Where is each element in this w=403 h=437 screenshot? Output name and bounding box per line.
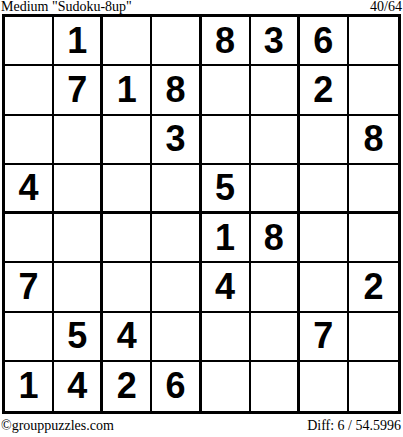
cell-r1c8[interactable] <box>349 17 398 66</box>
sudoku-board: 183671823845187425471426 <box>2 14 401 414</box>
cell-r3c5[interactable] <box>202 116 251 165</box>
cell-r8c2[interactable]: 4 <box>54 362 103 411</box>
cell-r7c5[interactable] <box>202 313 251 362</box>
cell-r8c1[interactable]: 1 <box>5 362 54 411</box>
cell-r6c8[interactable]: 2 <box>349 263 398 312</box>
cell-r3c1[interactable] <box>5 116 54 165</box>
cell-r1c2[interactable]: 1 <box>54 17 103 66</box>
cell-r1c7[interactable]: 6 <box>300 17 349 66</box>
cell-r7c7[interactable]: 7 <box>300 313 349 362</box>
cell-r4c7[interactable] <box>300 165 349 214</box>
cell-r7c4[interactable] <box>152 313 201 362</box>
cell-r1c4[interactable] <box>152 17 201 66</box>
cell-r6c5[interactable]: 4 <box>202 263 251 312</box>
cell-r3c6[interactable] <box>251 116 300 165</box>
cell-r4c1[interactable]: 4 <box>5 165 54 214</box>
cell-r4c4[interactable] <box>152 165 201 214</box>
cell-r1c6[interactable]: 3 <box>251 17 300 66</box>
cell-r7c2[interactable]: 5 <box>54 313 103 362</box>
cell-r8c4[interactable]: 6 <box>152 362 201 411</box>
cell-r4c2[interactable] <box>54 165 103 214</box>
cell-r7c1[interactable] <box>5 313 54 362</box>
page-title: Medium "Sudoku-8up" <box>0 0 132 14</box>
cell-r5c7[interactable] <box>300 214 349 263</box>
cell-r8c6[interactable] <box>251 362 300 411</box>
cell-r5c8[interactable] <box>349 214 398 263</box>
cell-r6c2[interactable] <box>54 263 103 312</box>
cell-r2c1[interactable] <box>5 66 54 115</box>
cell-r6c3[interactable] <box>103 263 152 312</box>
cell-r5c6[interactable]: 8 <box>251 214 300 263</box>
cell-r5c3[interactable] <box>103 214 152 263</box>
cell-r7c8[interactable] <box>349 313 398 362</box>
cell-r2c2[interactable]: 7 <box>54 66 103 115</box>
cell-r5c4[interactable] <box>152 214 201 263</box>
cell-r1c1[interactable] <box>5 17 54 66</box>
cell-r6c7[interactable] <box>300 263 349 312</box>
cell-r2c3[interactable]: 1 <box>103 66 152 115</box>
cell-r3c7[interactable] <box>300 116 349 165</box>
cell-r2c7[interactable]: 2 <box>300 66 349 115</box>
cell-r6c6[interactable] <box>251 263 300 312</box>
cell-r6c4[interactable] <box>152 263 201 312</box>
difficulty-text: Diff: 6 / 54.5996 <box>307 414 403 437</box>
cell-r8c8[interactable] <box>349 362 398 411</box>
cell-r3c3[interactable] <box>103 116 152 165</box>
cell-r7c3[interactable]: 4 <box>103 313 152 362</box>
cell-r4c8[interactable] <box>349 165 398 214</box>
cell-r2c6[interactable] <box>251 66 300 115</box>
cell-r4c3[interactable] <box>103 165 152 214</box>
cell-r2c4[interactable]: 8 <box>152 66 201 115</box>
copyright-text: ©grouppuzzles.com <box>0 414 114 437</box>
cell-r4c6[interactable] <box>251 165 300 214</box>
cell-r3c4[interactable]: 3 <box>152 116 201 165</box>
cell-r3c2[interactable] <box>54 116 103 165</box>
cell-r7c6[interactable] <box>251 313 300 362</box>
cell-r8c5[interactable] <box>202 362 251 411</box>
cell-r1c3[interactable] <box>103 17 152 66</box>
cell-r4c5[interactable]: 5 <box>202 165 251 214</box>
cell-r8c3[interactable]: 2 <box>103 362 152 411</box>
cell-r8c7[interactable] <box>300 362 349 411</box>
cell-r2c8[interactable] <box>349 66 398 115</box>
cell-r5c5[interactable]: 1 <box>202 214 251 263</box>
footer: ©grouppuzzles.com Diff: 6 / 54.5996 <box>0 414 403 437</box>
cell-r6c1[interactable]: 7 <box>5 263 54 312</box>
cell-r2c5[interactable] <box>202 66 251 115</box>
cell-r1c5[interactable]: 8 <box>202 17 251 66</box>
progress-counter: 40/64 <box>370 0 403 14</box>
header: Medium "Sudoku-8up" 40/64 <box>0 0 403 14</box>
cell-r5c2[interactable] <box>54 214 103 263</box>
cell-r3c8[interactable]: 8 <box>349 116 398 165</box>
cell-r5c1[interactable] <box>5 214 54 263</box>
